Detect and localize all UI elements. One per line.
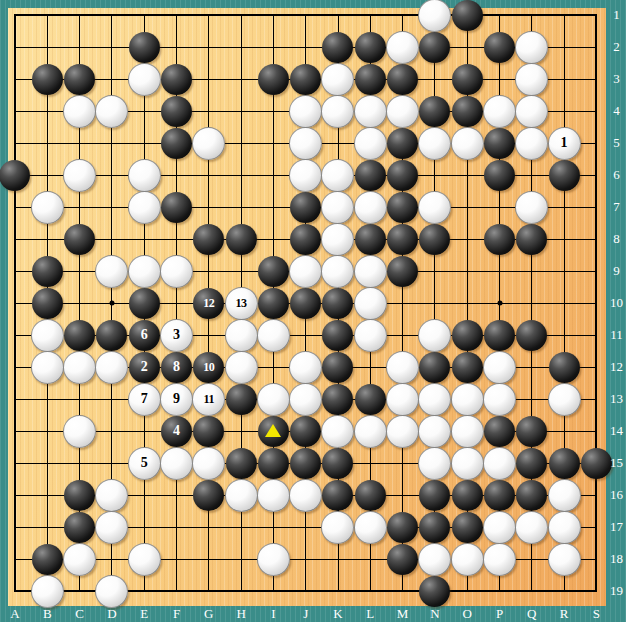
stone-K14[interactable]	[321, 415, 354, 448]
stone-F4[interactable]	[161, 96, 192, 127]
row-label-4: 4	[607, 103, 626, 119]
stone-G10[interactable]: 12	[193, 288, 224, 319]
stone-Q14[interactable]	[516, 416, 547, 447]
column-label-G: G	[198, 606, 220, 622]
stone-B7[interactable]	[31, 191, 64, 224]
stone-P2[interactable]	[484, 32, 515, 63]
stone-E13[interactable]: 7	[128, 383, 161, 416]
stone-N7[interactable]	[418, 191, 451, 224]
stone-D12[interactable]	[95, 351, 128, 384]
stone-K13[interactable]	[322, 384, 353, 415]
move-number-label: 7	[141, 392, 148, 406]
column-label-A: A	[4, 606, 26, 622]
stone-C18[interactable]	[63, 543, 96, 576]
stone-P5[interactable]	[484, 128, 515, 159]
stone-E18[interactable]	[128, 543, 161, 576]
stone-K10[interactable]	[322, 288, 353, 319]
stone-R12[interactable]	[549, 352, 580, 383]
stone-O4[interactable]	[452, 96, 483, 127]
stone-L10[interactable]	[354, 287, 387, 320]
stone-H12[interactable]	[225, 351, 258, 384]
row-label-13: 13	[607, 391, 626, 407]
row-label-19: 19	[607, 583, 626, 599]
stone-O12[interactable]	[452, 352, 483, 383]
stone-R5[interactable]: 1	[548, 127, 581, 160]
stone-N13[interactable]	[418, 383, 451, 416]
column-label-C: C	[69, 606, 91, 622]
row-label-2: 2	[607, 39, 626, 55]
stone-J8[interactable]	[290, 224, 321, 255]
column-label-D: D	[101, 606, 123, 622]
stone-C12[interactable]	[63, 351, 96, 384]
stone-Q4[interactable]	[515, 95, 548, 128]
row-label-14: 14	[607, 423, 626, 439]
stone-K2[interactable]	[322, 32, 353, 63]
stone-F11[interactable]: 3	[160, 319, 193, 352]
stone-K17[interactable]	[321, 511, 354, 544]
stone-O15[interactable]	[451, 447, 484, 480]
stone-O11[interactable]	[452, 320, 483, 351]
stone-P4[interactable]	[483, 95, 516, 128]
stone-F13[interactable]: 9	[160, 383, 193, 416]
stone-I14[interactable]	[258, 416, 289, 447]
column-label-I: I	[262, 606, 284, 622]
column-label-B: B	[36, 606, 58, 622]
stone-L5[interactable]	[354, 127, 387, 160]
stone-D11[interactable]	[96, 320, 127, 351]
row-label-11: 11	[607, 327, 626, 343]
stone-G14[interactable]	[193, 416, 224, 447]
stone-H10[interactable]: 13	[225, 287, 258, 320]
stone-R16[interactable]	[548, 479, 581, 512]
stone-I11[interactable]	[257, 319, 290, 352]
stone-B19[interactable]	[31, 575, 64, 608]
stone-Q3[interactable]	[515, 63, 548, 96]
stone-C16[interactable]	[64, 480, 95, 511]
stone-B9[interactable]	[32, 256, 63, 287]
column-label-M: M	[392, 606, 414, 622]
row-label-1: 1	[607, 7, 626, 23]
column-label-E: E	[133, 606, 155, 622]
stone-E2[interactable]	[129, 32, 160, 63]
stone-K16[interactable]	[322, 480, 353, 511]
go-board[interactable]: 11213632810791145	[8, 8, 606, 606]
column-label-K: K	[327, 606, 349, 622]
stone-F9[interactable]	[160, 255, 193, 288]
stone-P16[interactable]	[484, 480, 515, 511]
stone-I10[interactable]	[258, 288, 289, 319]
stone-H13[interactable]	[226, 384, 257, 415]
stone-H8[interactable]	[226, 224, 257, 255]
stone-M5[interactable]	[387, 128, 418, 159]
stone-P15[interactable]	[483, 447, 516, 480]
stone-L17[interactable]	[354, 511, 387, 544]
board-grid: 11213632810791145	[0, 0, 612, 607]
stone-C6[interactable]	[63, 159, 96, 192]
stone-J13[interactable]	[289, 383, 322, 416]
row-label-9: 9	[607, 263, 626, 279]
stone-K15[interactable]	[322, 448, 353, 479]
stone-N19[interactable]	[419, 576, 450, 607]
stone-L14[interactable]	[354, 415, 387, 448]
stone-O14[interactable]	[451, 415, 484, 448]
stone-O16[interactable]	[452, 480, 483, 511]
stone-C3[interactable]	[64, 64, 95, 95]
row-label-10: 10	[607, 295, 626, 311]
column-label-J: J	[295, 606, 317, 622]
stone-N18[interactable]	[418, 543, 451, 576]
stone-D19[interactable]	[95, 575, 128, 608]
row-label-5: 5	[607, 135, 626, 151]
stone-M14[interactable]	[386, 415, 419, 448]
stone-F15[interactable]	[160, 447, 193, 480]
stone-E3[interactable]	[128, 63, 161, 96]
stone-M2[interactable]	[386, 31, 419, 64]
stone-D4[interactable]	[95, 95, 128, 128]
column-label-P: P	[489, 606, 511, 622]
stone-I13[interactable]	[257, 383, 290, 416]
move-number-label: 9	[173, 392, 180, 406]
stone-H16[interactable]	[225, 479, 258, 512]
column-label-L: L	[359, 606, 381, 622]
move-number-label: 8	[173, 360, 180, 374]
stone-N11[interactable]	[418, 319, 451, 352]
stone-E7[interactable]	[128, 191, 161, 224]
row-label-12: 12	[607, 359, 626, 375]
stone-J10[interactable]	[290, 288, 321, 319]
stone-N1[interactable]	[418, 0, 451, 32]
stone-C8[interactable]	[64, 224, 95, 255]
stone-G5[interactable]	[192, 127, 225, 160]
stone-R6[interactable]	[549, 160, 580, 191]
stone-D17[interactable]	[95, 511, 128, 544]
stone-R18[interactable]	[548, 543, 581, 576]
stone-N15[interactable]	[418, 447, 451, 480]
stone-Q11[interactable]	[516, 320, 547, 351]
stone-M3[interactable]	[387, 64, 418, 95]
stone-F12[interactable]: 8	[161, 352, 192, 383]
stone-N16[interactable]	[419, 480, 450, 511]
stone-Q17[interactable]	[515, 511, 548, 544]
stone-M13[interactable]	[386, 383, 419, 416]
stone-Q2[interactable]	[515, 31, 548, 64]
stone-O3[interactable]	[452, 64, 483, 95]
stone-L8[interactable]	[355, 224, 386, 255]
stone-G16[interactable]	[193, 480, 224, 511]
stone-M9[interactable]	[387, 256, 418, 287]
stone-G8[interactable]	[193, 224, 224, 255]
stone-L4[interactable]	[354, 95, 387, 128]
move-number-label: 11	[204, 393, 214, 405]
row-label-17: 17	[607, 519, 626, 535]
stone-M8[interactable]	[387, 224, 418, 255]
stone-L13[interactable]	[355, 384, 386, 415]
stone-N5[interactable]	[418, 127, 451, 160]
stone-L3[interactable]	[355, 64, 386, 95]
stone-L2[interactable]	[355, 32, 386, 63]
stone-C17[interactable]	[64, 512, 95, 543]
stone-A6[interactable]	[0, 160, 30, 191]
stone-F3[interactable]	[161, 64, 192, 95]
stone-N14[interactable]	[418, 415, 451, 448]
stone-R13[interactable]	[548, 383, 581, 416]
stone-I9[interactable]	[258, 256, 289, 287]
stone-E9[interactable]	[128, 255, 161, 288]
row-label-6: 6	[607, 167, 626, 183]
move-number-label: 5	[141, 456, 148, 470]
go-board-app: 11213632810791145 ABCDEFGHIJKLMNOPQRS 12…	[0, 0, 626, 622]
stone-K12[interactable]	[322, 352, 353, 383]
stone-P14[interactable]	[484, 416, 515, 447]
stone-E6[interactable]	[128, 159, 161, 192]
stone-O1[interactable]	[452, 0, 483, 31]
stone-B10[interactable]	[32, 288, 63, 319]
stone-N8[interactable]	[419, 224, 450, 255]
stone-C14[interactable]	[63, 415, 96, 448]
stone-P18[interactable]	[483, 543, 516, 576]
stone-M7[interactable]	[387, 192, 418, 223]
row-label-3: 3	[607, 71, 626, 87]
stone-B12[interactable]	[31, 351, 64, 384]
stone-K3[interactable]	[321, 63, 354, 96]
column-label-N: N	[424, 606, 446, 622]
stone-J15[interactable]	[290, 448, 321, 479]
stone-E15[interactable]: 5	[128, 447, 161, 480]
column-label-F: F	[166, 606, 188, 622]
stone-J3[interactable]	[290, 64, 321, 95]
stone-K8[interactable]	[321, 223, 354, 256]
row-label-16: 16	[607, 487, 626, 503]
stone-L6[interactable]	[355, 160, 386, 191]
stone-P12[interactable]	[483, 351, 516, 384]
stone-N4[interactable]	[419, 96, 450, 127]
stone-L11[interactable]	[354, 319, 387, 352]
move-number-label: 4	[173, 424, 180, 438]
stone-R15[interactable]	[549, 448, 580, 479]
move-number-label: 10	[203, 361, 214, 373]
stone-F5[interactable]	[161, 128, 192, 159]
stone-N12[interactable]	[419, 352, 450, 383]
stone-B3[interactable]	[32, 64, 63, 95]
stone-J7[interactable]	[290, 192, 321, 223]
stone-G15[interactable]	[192, 447, 225, 480]
row-label-8: 8	[607, 231, 626, 247]
stone-G13[interactable]: 11	[192, 383, 225, 416]
stone-Q7[interactable]	[515, 191, 548, 224]
move-number-label: 3	[173, 328, 180, 342]
stone-K11[interactable]	[322, 320, 353, 351]
stone-C4[interactable]	[63, 95, 96, 128]
stone-C11[interactable]	[64, 320, 95, 351]
stone-P8[interactable]	[484, 224, 515, 255]
stone-D16[interactable]	[95, 479, 128, 512]
stone-P17[interactable]	[483, 511, 516, 544]
stone-K9[interactable]	[321, 255, 354, 288]
stone-M18[interactable]	[387, 544, 418, 575]
stone-M17[interactable]	[387, 512, 418, 543]
stone-J9[interactable]	[289, 255, 322, 288]
stone-R17[interactable]	[548, 511, 581, 544]
stone-J16[interactable]	[289, 479, 322, 512]
stone-F14[interactable]: 4	[161, 416, 192, 447]
stone-P6[interactable]	[484, 160, 515, 191]
stone-H15[interactable]	[226, 448, 257, 479]
stone-I16[interactable]	[257, 479, 290, 512]
stone-Q5[interactable]	[515, 127, 548, 160]
stone-M12[interactable]	[386, 351, 419, 384]
stone-Q15[interactable]	[516, 448, 547, 479]
stone-L9[interactable]	[354, 255, 387, 288]
move-number-label: 12	[203, 297, 214, 309]
stone-D9[interactable]	[95, 255, 128, 288]
row-label-7: 7	[607, 199, 626, 215]
column-label-Q: Q	[521, 606, 543, 622]
row-label-15: 15	[607, 455, 626, 471]
column-label-H: H	[230, 606, 252, 622]
stone-E12[interactable]: 2	[129, 352, 160, 383]
stone-O17[interactable]	[452, 512, 483, 543]
stone-L16[interactable]	[355, 480, 386, 511]
stone-Q8[interactable]	[516, 224, 547, 255]
stone-G12[interactable]: 10	[193, 352, 224, 383]
move-number-label: 2	[141, 360, 148, 374]
stone-Q16[interactable]	[516, 480, 547, 511]
column-label-O: O	[456, 606, 478, 622]
stone-I18[interactable]	[257, 543, 290, 576]
stone-B18[interactable]	[32, 544, 63, 575]
triangle-marker-icon	[265, 424, 281, 437]
stone-B11[interactable]	[31, 319, 64, 352]
stone-E10[interactable]	[129, 288, 160, 319]
stone-M4[interactable]	[386, 95, 419, 128]
stone-H11[interactable]	[225, 319, 258, 352]
stone-J5[interactable]	[289, 127, 322, 160]
stone-K4[interactable]	[321, 95, 354, 128]
stone-M6[interactable]	[387, 160, 418, 191]
column-label-S: S	[585, 606, 607, 622]
move-number-label: 1	[561, 136, 568, 150]
stone-N2[interactable]	[419, 32, 450, 63]
move-number-label: 6	[141, 328, 148, 342]
stone-O18[interactable]	[451, 543, 484, 576]
stone-F7[interactable]	[161, 192, 192, 223]
move-number-label: 13	[236, 297, 247, 309]
stone-J4[interactable]	[289, 95, 322, 128]
stone-L7[interactable]	[354, 191, 387, 224]
stone-I3[interactable]	[258, 64, 289, 95]
stone-J14[interactable]	[290, 416, 321, 447]
stone-P13[interactable]	[483, 383, 516, 416]
stone-N17[interactable]	[419, 512, 450, 543]
stone-J12[interactable]	[289, 351, 322, 384]
stone-K7[interactable]	[321, 191, 354, 224]
stone-O5[interactable]	[451, 127, 484, 160]
stone-P11[interactable]	[484, 320, 515, 351]
stone-J6[interactable]	[289, 159, 322, 192]
stone-E11[interactable]: 6	[129, 320, 160, 351]
stone-I15[interactable]	[258, 448, 289, 479]
stone-O13[interactable]	[451, 383, 484, 416]
row-label-18: 18	[607, 551, 626, 567]
column-label-R: R	[553, 606, 575, 622]
stone-K6[interactable]	[321, 159, 354, 192]
